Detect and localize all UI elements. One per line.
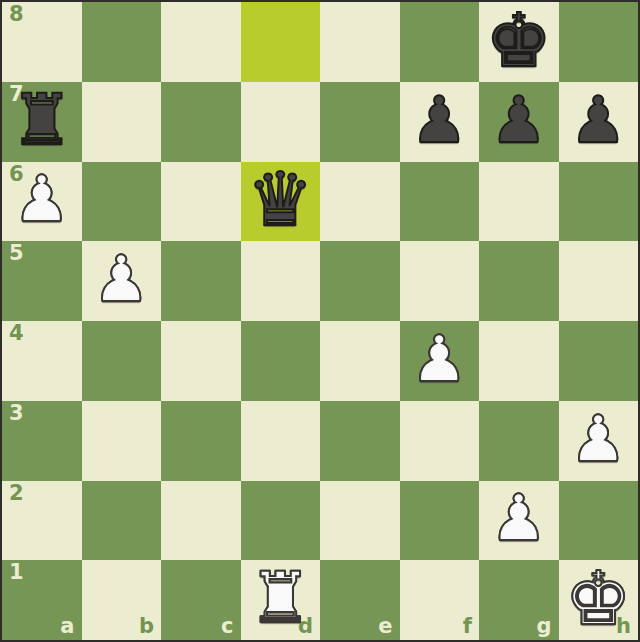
square-b4[interactable] bbox=[82, 321, 162, 401]
square-e4[interactable] bbox=[320, 321, 400, 401]
square-f2[interactable] bbox=[400, 481, 480, 561]
square-b7[interactable] bbox=[82, 82, 162, 162]
square-f8[interactable] bbox=[400, 2, 480, 82]
square-g2[interactable]: ♟ bbox=[479, 481, 559, 561]
rank-label-1: 1 bbox=[9, 562, 24, 583]
square-g6[interactable] bbox=[479, 162, 559, 242]
rank-label-8: 8 bbox=[9, 4, 24, 25]
white-pawn[interactable]: ♟ bbox=[13, 167, 70, 231]
square-f5[interactable] bbox=[400, 241, 480, 321]
square-g1[interactable]: g bbox=[479, 560, 559, 640]
rank-label-5: 5 bbox=[9, 243, 24, 264]
file-label-f: f bbox=[463, 616, 472, 637]
square-h8[interactable] bbox=[559, 2, 639, 82]
black-pawn[interactable]: ♟ bbox=[490, 88, 547, 152]
square-d8[interactable] bbox=[241, 2, 321, 82]
black-queen[interactable]: ♛ bbox=[247, 162, 313, 236]
square-e2[interactable] bbox=[320, 481, 400, 561]
square-a8[interactable]: 8 bbox=[2, 2, 82, 82]
square-d4[interactable] bbox=[241, 321, 321, 401]
square-c5[interactable] bbox=[161, 241, 241, 321]
square-a4[interactable]: 4 bbox=[2, 321, 82, 401]
square-f6[interactable] bbox=[400, 162, 480, 242]
square-g3[interactable] bbox=[479, 401, 559, 481]
square-c1[interactable]: c bbox=[161, 560, 241, 640]
square-h2[interactable] bbox=[559, 481, 639, 561]
square-b8[interactable] bbox=[82, 2, 162, 82]
chess-board[interactable]: 8♚7♜♟♟♟6♟♛5♟4♟3♟2♟1abcd♜efgh♚ bbox=[0, 0, 640, 642]
square-c8[interactable] bbox=[161, 2, 241, 82]
square-f3[interactable] bbox=[400, 401, 480, 481]
square-h3[interactable]: ♟ bbox=[559, 401, 639, 481]
square-f4[interactable]: ♟ bbox=[400, 321, 480, 401]
square-h6[interactable] bbox=[559, 162, 639, 242]
black-king[interactable]: ♚ bbox=[486, 3, 552, 77]
square-c7[interactable] bbox=[161, 82, 241, 162]
white-pawn[interactable]: ♟ bbox=[411, 327, 468, 391]
square-e6[interactable] bbox=[320, 162, 400, 242]
square-h5[interactable] bbox=[559, 241, 639, 321]
square-g8[interactable]: ♚ bbox=[479, 2, 559, 82]
file-label-a: a bbox=[60, 616, 74, 637]
square-d6[interactable]: ♛ bbox=[241, 162, 321, 242]
square-a1[interactable]: 1a bbox=[2, 560, 82, 640]
square-e3[interactable] bbox=[320, 401, 400, 481]
square-c2[interactable] bbox=[161, 481, 241, 561]
rank-label-4: 4 bbox=[9, 323, 24, 344]
file-label-e: e bbox=[378, 616, 392, 637]
white-pawn[interactable]: ♟ bbox=[570, 407, 627, 471]
square-b1[interactable]: b bbox=[82, 560, 162, 640]
square-a7[interactable]: 7♜ bbox=[2, 82, 82, 162]
square-f1[interactable]: f bbox=[400, 560, 480, 640]
square-e5[interactable] bbox=[320, 241, 400, 321]
file-label-g: g bbox=[536, 616, 551, 637]
rank-label-3: 3 bbox=[9, 403, 24, 424]
square-h1[interactable]: h♚ bbox=[559, 560, 639, 640]
square-g5[interactable] bbox=[479, 241, 559, 321]
square-d2[interactable] bbox=[241, 481, 321, 561]
square-b5[interactable]: ♟ bbox=[82, 241, 162, 321]
black-pawn[interactable]: ♟ bbox=[570, 88, 627, 152]
square-h7[interactable]: ♟ bbox=[559, 82, 639, 162]
square-d1[interactable]: d♜ bbox=[241, 560, 321, 640]
square-g7[interactable]: ♟ bbox=[479, 82, 559, 162]
square-f7[interactable]: ♟ bbox=[400, 82, 480, 162]
square-a3[interactable]: 3 bbox=[2, 401, 82, 481]
square-b3[interactable] bbox=[82, 401, 162, 481]
square-c3[interactable] bbox=[161, 401, 241, 481]
white-pawn[interactable]: ♟ bbox=[93, 247, 150, 311]
square-a5[interactable]: 5 bbox=[2, 241, 82, 321]
square-d7[interactable] bbox=[241, 82, 321, 162]
square-e7[interactable] bbox=[320, 82, 400, 162]
square-c4[interactable] bbox=[161, 321, 241, 401]
square-d5[interactable] bbox=[241, 241, 321, 321]
square-a6[interactable]: 6♟ bbox=[2, 162, 82, 242]
square-e1[interactable]: e bbox=[320, 560, 400, 640]
white-king[interactable]: ♚ bbox=[565, 561, 631, 635]
file-label-b: b bbox=[139, 616, 154, 637]
white-rook[interactable]: ♜ bbox=[249, 563, 312, 633]
square-c6[interactable] bbox=[161, 162, 241, 242]
square-b2[interactable] bbox=[82, 481, 162, 561]
square-d3[interactable] bbox=[241, 401, 321, 481]
black-pawn[interactable]: ♟ bbox=[411, 88, 468, 152]
square-e8[interactable] bbox=[320, 2, 400, 82]
square-h4[interactable] bbox=[559, 321, 639, 401]
black-rook[interactable]: ♜ bbox=[10, 85, 73, 155]
square-g4[interactable] bbox=[479, 321, 559, 401]
white-pawn[interactable]: ♟ bbox=[490, 486, 547, 550]
file-label-c: c bbox=[221, 616, 233, 637]
square-a2[interactable]: 2 bbox=[2, 481, 82, 561]
square-b6[interactable] bbox=[82, 162, 162, 242]
rank-label-2: 2 bbox=[9, 483, 24, 504]
